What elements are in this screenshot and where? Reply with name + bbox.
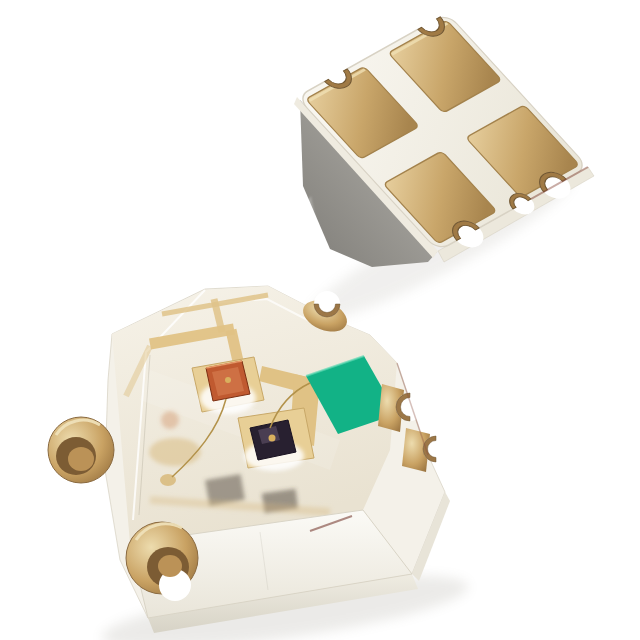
wire-ball bbox=[225, 377, 231, 383]
product-photo bbox=[0, 0, 640, 640]
castellation-notch bbox=[396, 393, 424, 421]
wire-ball bbox=[269, 435, 276, 442]
led-package-top-view bbox=[48, 286, 472, 640]
castellation-notch bbox=[314, 291, 340, 317]
led-package-bottom-view bbox=[286, 1, 598, 339]
product-photo-svg bbox=[0, 0, 640, 640]
castellation-notch bbox=[423, 436, 449, 462]
gold-terminal bbox=[48, 417, 114, 483]
gold-terminal bbox=[402, 428, 449, 472]
